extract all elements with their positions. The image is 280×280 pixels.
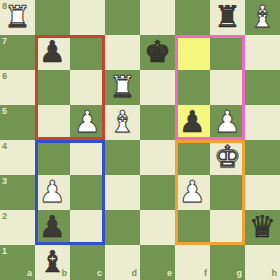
square-b6[interactable] xyxy=(35,70,70,105)
square-b8[interactable] xyxy=(35,0,70,35)
piece-white-king-g4[interactable]: ♚ xyxy=(210,140,245,175)
file-label-a: a xyxy=(27,269,32,278)
square-e5[interactable] xyxy=(140,105,175,140)
piece-white-rook-d6[interactable]: ♜ xyxy=(105,70,140,105)
square-h6[interactable] xyxy=(245,70,280,105)
square-c6[interactable] xyxy=(70,70,105,105)
square-b1[interactable]: b♝ xyxy=(35,245,70,280)
square-c1[interactable]: c xyxy=(70,245,105,280)
square-d8[interactable] xyxy=(105,0,140,35)
square-e2[interactable] xyxy=(140,210,175,245)
file-label-c: c xyxy=(97,269,102,278)
square-b5[interactable] xyxy=(35,105,70,140)
piece-black-rook-g8[interactable]: ♜ xyxy=(210,0,245,35)
square-b3[interactable]: ♟ xyxy=(35,175,70,210)
square-b4[interactable] xyxy=(35,140,70,175)
piece-white-pawn-f3[interactable]: ♟ xyxy=(175,175,210,210)
square-h8[interactable]: ♝ xyxy=(245,0,280,35)
rank-label-6: 6 xyxy=(2,72,7,81)
square-g4[interactable]: ♚ xyxy=(210,140,245,175)
piece-white-bishop-h8[interactable]: ♝ xyxy=(245,0,280,35)
file-label-f: f xyxy=(204,269,207,278)
square-f4[interactable] xyxy=(175,140,210,175)
rank-label-2: 2 xyxy=(2,212,7,221)
square-d6[interactable]: ♜ xyxy=(105,70,140,105)
file-label-b: b xyxy=(62,269,68,278)
square-d4[interactable] xyxy=(105,140,140,175)
rank-label-4: 4 xyxy=(2,142,7,151)
square-e1[interactable]: e xyxy=(140,245,175,280)
square-g5[interactable]: ♟ xyxy=(210,105,245,140)
square-h7[interactable] xyxy=(245,35,280,70)
square-e6[interactable] xyxy=(140,70,175,105)
piece-black-king-e7[interactable]: ♚ xyxy=(140,35,175,70)
square-e4[interactable] xyxy=(140,140,175,175)
square-f7[interactable] xyxy=(175,35,210,70)
square-d2[interactable] xyxy=(105,210,140,245)
square-a7[interactable]: 7 xyxy=(0,35,35,70)
rank-label-7: 7 xyxy=(2,37,7,46)
piece-white-pawn-c5[interactable]: ♟ xyxy=(70,105,105,140)
square-a3[interactable]: 3 xyxy=(0,175,35,210)
piece-white-pawn-g5[interactable]: ♟ xyxy=(210,105,245,140)
square-a5[interactable]: 5 xyxy=(0,105,35,140)
square-h5[interactable] xyxy=(245,105,280,140)
square-a4[interactable]: 4 xyxy=(0,140,35,175)
square-b2[interactable]: ♟ xyxy=(35,210,70,245)
piece-black-queen-h2[interactable]: ♛ xyxy=(245,210,280,245)
square-a1[interactable]: 1a xyxy=(0,245,35,280)
square-g6[interactable] xyxy=(210,70,245,105)
square-h4[interactable] xyxy=(245,140,280,175)
file-label-d: d xyxy=(132,269,138,278)
square-g2[interactable] xyxy=(210,210,245,245)
piece-black-pawn-b7[interactable]: ♟ xyxy=(35,35,70,70)
chess-board: 8♜♜♝7♟♚6♜5♟♝♟♟4♚3♟♟2♟♛1ab♝cdefgh xyxy=(0,0,280,280)
square-f5[interactable]: ♟ xyxy=(175,105,210,140)
square-c2[interactable] xyxy=(70,210,105,245)
square-g1[interactable]: g xyxy=(210,245,245,280)
square-c5[interactable]: ♟ xyxy=(70,105,105,140)
file-label-h: h xyxy=(272,269,278,278)
square-c7[interactable] xyxy=(70,35,105,70)
square-h2[interactable]: ♛ xyxy=(245,210,280,245)
rank-label-5: 5 xyxy=(2,107,7,116)
square-g8[interactable]: ♜ xyxy=(210,0,245,35)
rank-label-3: 3 xyxy=(2,177,7,186)
rank-label-8: 8 xyxy=(2,2,7,11)
rank-label-1: 1 xyxy=(2,247,7,256)
square-d5[interactable]: ♝ xyxy=(105,105,140,140)
square-b7[interactable]: ♟ xyxy=(35,35,70,70)
piece-black-pawn-b2[interactable]: ♟ xyxy=(35,210,70,245)
square-h3[interactable] xyxy=(245,175,280,210)
square-d1[interactable]: d xyxy=(105,245,140,280)
square-c8[interactable] xyxy=(70,0,105,35)
square-e8[interactable] xyxy=(140,0,175,35)
square-f2[interactable] xyxy=(175,210,210,245)
piece-white-bishop-d5[interactable]: ♝ xyxy=(105,105,140,140)
file-label-g: g xyxy=(237,269,243,278)
square-c3[interactable] xyxy=(70,175,105,210)
file-label-e: e xyxy=(167,269,172,278)
square-e3[interactable] xyxy=(140,175,175,210)
square-d3[interactable] xyxy=(105,175,140,210)
square-a2[interactable]: 2 xyxy=(0,210,35,245)
piece-white-pawn-b3[interactable]: ♟ xyxy=(35,175,70,210)
square-a6[interactable]: 6 xyxy=(0,70,35,105)
square-h1[interactable]: h xyxy=(245,245,280,280)
square-e7[interactable]: ♚ xyxy=(140,35,175,70)
square-f3[interactable]: ♟ xyxy=(175,175,210,210)
square-f6[interactable] xyxy=(175,70,210,105)
piece-black-pawn-f5[interactable]: ♟ xyxy=(175,105,210,140)
square-g3[interactable] xyxy=(210,175,245,210)
square-g7[interactable] xyxy=(210,35,245,70)
square-f1[interactable]: f xyxy=(175,245,210,280)
square-f8[interactable] xyxy=(175,0,210,35)
square-a8[interactable]: 8♜ xyxy=(0,0,35,35)
square-c4[interactable] xyxy=(70,140,105,175)
square-d7[interactable] xyxy=(105,35,140,70)
